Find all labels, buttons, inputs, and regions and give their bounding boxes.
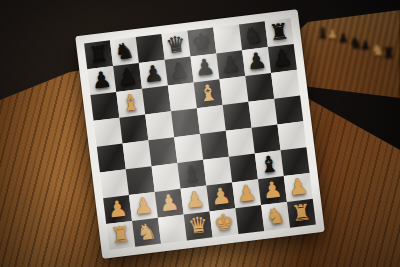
square-h5 xyxy=(274,96,303,125)
square-a8: ♜ xyxy=(84,40,113,69)
piece-black-queen: ♛ xyxy=(162,31,191,60)
piece-white-bishop: ♝ xyxy=(194,79,223,108)
square-a5 xyxy=(94,118,123,147)
piece-black-pawn: ♟ xyxy=(165,57,194,86)
piece-black-king: ♚ xyxy=(187,28,216,57)
square-g7: ♟ xyxy=(242,47,271,76)
square-a3 xyxy=(100,169,129,198)
square-g5 xyxy=(248,99,277,128)
piece-black-pawn: ♟ xyxy=(216,50,245,79)
piece-black-bishop: ♝ xyxy=(177,160,206,189)
piece-white-pawn: ♟ xyxy=(129,192,158,221)
piece-black-pawn: ♟ xyxy=(242,47,271,76)
square-e1: ♚ xyxy=(210,208,239,237)
square-f1 xyxy=(235,205,264,234)
piece-white-pawn: ♟ xyxy=(206,182,235,211)
square-f6 xyxy=(219,76,248,105)
square-f8 xyxy=(213,24,242,53)
square-c6 xyxy=(142,86,171,115)
square-a1: ♜ xyxy=(106,221,135,250)
square-f3 xyxy=(229,153,258,182)
piece-black-pawn: ♟ xyxy=(87,66,116,95)
piece-black-rook: ♜ xyxy=(265,18,294,47)
piece-black-pawn: ♟ xyxy=(113,63,142,92)
piece-black-pawn: ♟ xyxy=(268,44,297,73)
piece-white-rook: ♜ xyxy=(287,199,316,228)
square-g6 xyxy=(245,73,274,102)
piece-black-pawn: ♟ xyxy=(190,53,219,82)
piece-white-pawn: ♟ xyxy=(181,186,210,215)
square-e3 xyxy=(203,157,232,186)
piece-white-pawn: ♟ xyxy=(155,189,184,218)
square-d3: ♝ xyxy=(177,160,206,189)
square-g8: ♞ xyxy=(239,21,268,50)
scene: ♝♟♟♞♟♞♜ ♜♞♛♚♞♜♟♟♟♟♟♟♟♟♝♝♝♝♟♟♟♟♟♟♟♟♜♞♛♚♞♜ xyxy=(0,0,400,267)
square-g3: ♝ xyxy=(255,150,284,179)
piece-white-pawn: ♟ xyxy=(103,195,132,224)
square-b4 xyxy=(123,140,152,169)
square-h4 xyxy=(277,121,306,150)
square-e7: ♟ xyxy=(190,53,219,82)
piece-white-rook: ♜ xyxy=(106,221,135,250)
square-h8: ♜ xyxy=(265,18,294,47)
square-g1: ♞ xyxy=(261,202,290,231)
square-g4 xyxy=(252,124,281,153)
square-d7: ♟ xyxy=(165,57,194,86)
chessboard-squares: ♜♞♛♚♞♜♟♟♟♟♟♟♟♟♝♝♝♝♟♟♟♟♟♟♟♟♜♞♛♚♞♜ xyxy=(84,18,316,250)
square-f2: ♟ xyxy=(232,179,261,208)
square-b6: ♝ xyxy=(116,89,145,118)
piece-white-knight: ♞ xyxy=(132,218,161,247)
piece-white-pawn: ♟ xyxy=(258,176,287,205)
square-h1: ♜ xyxy=(287,199,316,228)
piece-white-pawn: ♟ xyxy=(284,173,313,202)
square-c4 xyxy=(148,137,177,166)
square-f4 xyxy=(226,128,255,157)
piece-black-pawn: ♟ xyxy=(139,60,168,89)
square-c8 xyxy=(136,34,165,63)
square-c5 xyxy=(145,111,174,140)
square-c3 xyxy=(152,163,181,192)
square-h2: ♟ xyxy=(284,173,313,202)
square-d4 xyxy=(174,134,203,163)
square-a4 xyxy=(97,144,126,173)
square-b8: ♞ xyxy=(110,37,139,66)
piece-white-knight: ♞ xyxy=(261,202,290,231)
piece-white-pawn: ♟ xyxy=(232,179,261,208)
piece-black-bishop: ♝ xyxy=(255,150,284,179)
piece-black-rook: ♜ xyxy=(84,40,113,69)
square-c7: ♟ xyxy=(139,60,168,89)
piece-white-queen: ♛ xyxy=(184,211,213,240)
square-c2: ♟ xyxy=(155,189,184,218)
square-b5 xyxy=(119,115,148,144)
square-a7: ♟ xyxy=(87,66,116,95)
square-c1 xyxy=(158,215,187,244)
square-e8: ♚ xyxy=(187,28,216,57)
square-h3 xyxy=(281,147,310,176)
square-g2: ♟ xyxy=(258,176,287,205)
square-b7: ♟ xyxy=(113,63,142,92)
square-b3 xyxy=(126,166,155,195)
piece-black-knight: ♞ xyxy=(110,37,139,66)
square-d6 xyxy=(168,82,197,111)
square-e4 xyxy=(200,131,229,160)
square-f7: ♟ xyxy=(216,50,245,79)
square-a6 xyxy=(90,92,119,121)
square-h6 xyxy=(271,70,300,99)
square-b1: ♞ xyxy=(132,218,161,247)
square-d2: ♟ xyxy=(181,186,210,215)
square-e2: ♟ xyxy=(206,182,235,211)
chessboard: ♜♞♛♚♞♜♟♟♟♟♟♟♟♟♝♝♝♝♟♟♟♟♟♟♟♟♜♞♛♚♞♜ xyxy=(75,9,325,259)
square-a2: ♟ xyxy=(103,195,132,224)
piece-white-king: ♚ xyxy=(210,208,239,237)
piece-white-bishop: ♝ xyxy=(116,89,145,118)
square-f5 xyxy=(223,102,252,131)
square-e5 xyxy=(197,105,226,134)
square-d8: ♛ xyxy=(162,31,191,60)
square-e6: ♝ xyxy=(194,79,223,108)
square-d5 xyxy=(171,108,200,137)
square-d1: ♛ xyxy=(184,211,213,240)
piece-black-knight: ♞ xyxy=(239,21,268,50)
square-h7: ♟ xyxy=(268,44,297,73)
square-b2: ♟ xyxy=(129,192,158,221)
